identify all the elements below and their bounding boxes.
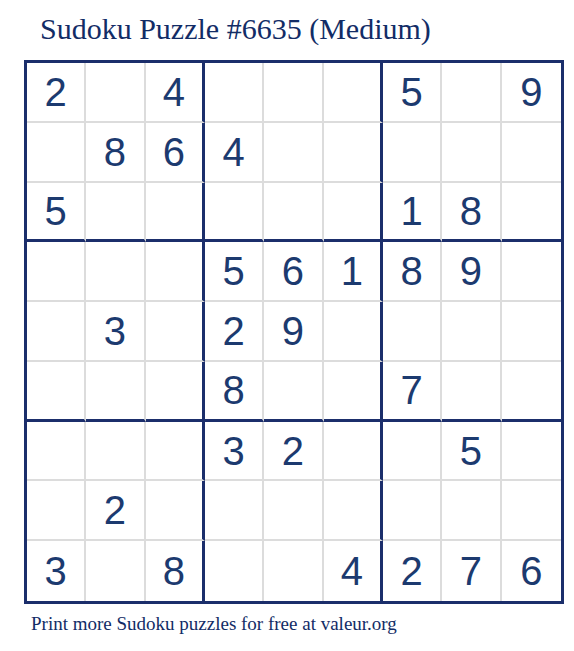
cell-r2c2: 8 <box>86 123 145 183</box>
cell-r1c2 <box>86 63 145 123</box>
cell-r7c8: 5 <box>442 422 501 482</box>
cell-r4c7: 8 <box>383 242 442 302</box>
cell-r2c3: 6 <box>146 123 205 183</box>
cell-r7c7 <box>383 422 442 482</box>
cell-r4c3 <box>146 242 205 302</box>
cell-r6c8 <box>442 362 501 422</box>
cell-r6c2 <box>86 362 145 422</box>
cell-r4c4: 5 <box>205 242 264 302</box>
cell-r4c2 <box>86 242 145 302</box>
cell-r4c8: 9 <box>442 242 501 302</box>
cell-r5c3 <box>146 302 205 362</box>
cell-r2c8 <box>442 123 501 183</box>
cell-r2c6 <box>324 123 383 183</box>
cell-r3c3 <box>146 183 205 243</box>
cell-r1c5 <box>264 63 323 123</box>
cell-r2c4: 4 <box>205 123 264 183</box>
cell-r1c4 <box>205 63 264 123</box>
cell-r1c8 <box>442 63 501 123</box>
cell-r5c9 <box>502 302 561 362</box>
cell-r5c1 <box>27 302 86 362</box>
cell-r4c6: 1 <box>324 242 383 302</box>
cell-r6c3 <box>146 362 205 422</box>
cell-r2c9 <box>502 123 561 183</box>
cell-r8c5 <box>264 481 323 541</box>
cell-r6c4: 8 <box>205 362 264 422</box>
cell-r8c8 <box>442 481 501 541</box>
cell-r7c9 <box>502 422 561 482</box>
cell-r3c7: 1 <box>383 183 442 243</box>
cell-r9c2 <box>86 541 145 601</box>
cell-r5c2: 3 <box>86 302 145 362</box>
cell-r2c7 <box>383 123 442 183</box>
cell-r8c1 <box>27 481 86 541</box>
cell-r3c2 <box>86 183 145 243</box>
cell-r7c1 <box>27 422 86 482</box>
cell-r8c2: 2 <box>86 481 145 541</box>
cell-r8c6 <box>324 481 383 541</box>
cell-r7c3 <box>146 422 205 482</box>
cell-r3c8: 8 <box>442 183 501 243</box>
cell-r1c6 <box>324 63 383 123</box>
cell-r7c6 <box>324 422 383 482</box>
cell-r5c4: 2 <box>205 302 264 362</box>
cell-r5c8 <box>442 302 501 362</box>
cell-r8c4 <box>205 481 264 541</box>
cell-r9c9: 6 <box>502 541 561 601</box>
cell-r9c8: 7 <box>442 541 501 601</box>
cell-r8c7 <box>383 481 442 541</box>
cell-r3c9 <box>502 183 561 243</box>
cell-r1c1: 2 <box>27 63 86 123</box>
sudoku-board: 245986451856189329873252384276 <box>24 60 564 604</box>
cell-r5c6 <box>324 302 383 362</box>
cell-r8c3 <box>146 481 205 541</box>
cell-r7c2 <box>86 422 145 482</box>
cell-r6c6 <box>324 362 383 422</box>
cell-r9c6: 4 <box>324 541 383 601</box>
cell-r1c3: 4 <box>146 63 205 123</box>
cell-r7c5: 2 <box>264 422 323 482</box>
footer-text: Print more Sudoku puzzles for free at va… <box>31 613 397 635</box>
cell-r4c5: 6 <box>264 242 323 302</box>
page-title: Sudoku Puzzle #6635 (Medium) <box>40 12 431 46</box>
cell-r9c7: 2 <box>383 541 442 601</box>
cell-r4c1 <box>27 242 86 302</box>
cell-r6c1 <box>27 362 86 422</box>
cell-r4c9 <box>502 242 561 302</box>
cell-r2c1 <box>27 123 86 183</box>
cell-r9c3: 8 <box>146 541 205 601</box>
cell-r3c6 <box>324 183 383 243</box>
cell-r9c5 <box>264 541 323 601</box>
cell-r1c7: 5 <box>383 63 442 123</box>
cell-r7c4: 3 <box>205 422 264 482</box>
cell-r3c4 <box>205 183 264 243</box>
cell-r6c9 <box>502 362 561 422</box>
cell-r1c9: 9 <box>502 63 561 123</box>
cell-r9c4 <box>205 541 264 601</box>
cell-r3c1: 5 <box>27 183 86 243</box>
cell-r8c9 <box>502 481 561 541</box>
cell-r9c1: 3 <box>27 541 86 601</box>
cell-r6c5 <box>264 362 323 422</box>
cell-r5c5: 9 <box>264 302 323 362</box>
cell-r2c5 <box>264 123 323 183</box>
cell-r3c5 <box>264 183 323 243</box>
cell-r5c7 <box>383 302 442 362</box>
cell-r6c7: 7 <box>383 362 442 422</box>
